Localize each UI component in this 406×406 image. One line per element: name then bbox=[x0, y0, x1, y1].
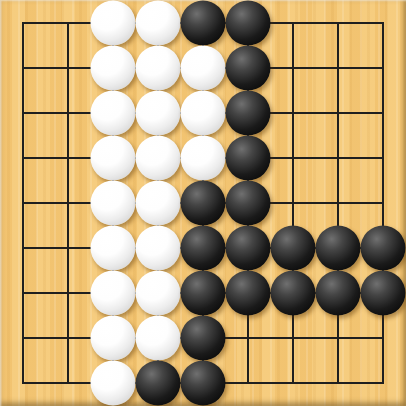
white-stone bbox=[90, 180, 135, 225]
white-stone bbox=[135, 270, 180, 315]
black-stone bbox=[315, 225, 360, 270]
black-stone bbox=[270, 270, 315, 315]
black-stone bbox=[225, 90, 270, 135]
white-stone bbox=[90, 0, 135, 45]
white-stone bbox=[180, 135, 225, 180]
black-stone bbox=[225, 270, 270, 315]
white-stone bbox=[90, 90, 135, 135]
white-stone bbox=[90, 270, 135, 315]
black-stone bbox=[270, 225, 315, 270]
black-stone bbox=[225, 135, 270, 180]
black-stone bbox=[180, 180, 225, 225]
white-stone bbox=[90, 135, 135, 180]
black-stone bbox=[180, 0, 225, 45]
black-stone bbox=[180, 360, 225, 405]
black-stone bbox=[225, 180, 270, 225]
white-stone bbox=[180, 90, 225, 135]
white-stone bbox=[90, 45, 135, 90]
black-stone bbox=[180, 225, 225, 270]
black-stone bbox=[225, 45, 270, 90]
white-stone bbox=[90, 225, 135, 270]
black-stone bbox=[180, 270, 225, 315]
black-stone bbox=[360, 270, 405, 315]
white-stone bbox=[135, 135, 180, 180]
black-stone bbox=[225, 0, 270, 45]
white-stone bbox=[135, 45, 180, 90]
white-stone bbox=[135, 180, 180, 225]
white-stone bbox=[135, 0, 180, 45]
black-stone bbox=[225, 225, 270, 270]
go-board[interactable] bbox=[0, 0, 406, 406]
black-stone bbox=[180, 315, 225, 360]
white-stone bbox=[90, 315, 135, 360]
white-stone bbox=[135, 90, 180, 135]
white-stone bbox=[180, 45, 225, 90]
white-stone bbox=[135, 315, 180, 360]
white-stone bbox=[135, 225, 180, 270]
black-stone bbox=[315, 270, 360, 315]
stones-layer bbox=[0, 0, 406, 406]
white-stone bbox=[90, 360, 135, 405]
black-stone bbox=[135, 360, 180, 405]
black-stone bbox=[360, 225, 405, 270]
